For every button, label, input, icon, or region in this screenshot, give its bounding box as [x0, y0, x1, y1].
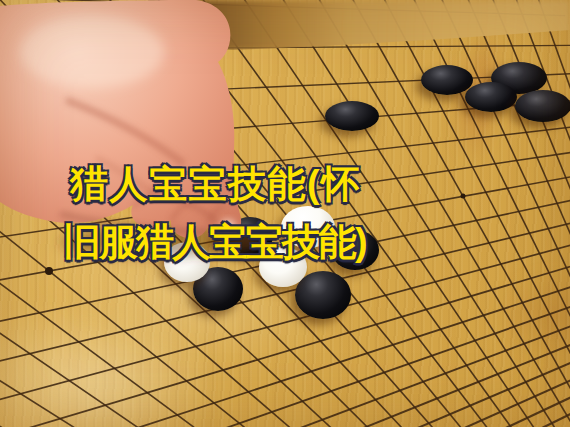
caption-line-2: 旧服猎人宝宝技能) [63, 223, 366, 261]
go-stone-black [325, 101, 379, 131]
photo-scene: 猎人宝宝技能(怀 旧服猎人宝宝技能) [0, 0, 570, 427]
go-stone-black [515, 90, 570, 122]
go-stone-black [421, 65, 473, 95]
caption-line-1: 猎人宝宝技能(怀 [70, 165, 361, 203]
go-stone-black [465, 82, 517, 112]
go-stone-black [295, 271, 351, 319]
